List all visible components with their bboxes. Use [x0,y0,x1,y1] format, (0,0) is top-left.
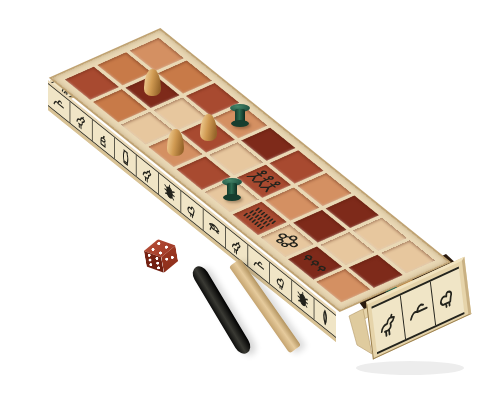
drawer-shadow [356,361,464,375]
spool-base [231,120,249,127]
piece-spool-sq26 [222,178,242,201]
spool-base [223,194,241,201]
hieroglyph-panel-chick [430,268,464,325]
red-die [142,236,179,275]
piece-cone-sq17 [200,114,217,141]
piece-spool-sq4 [230,104,250,127]
piece-cone-sq19 [144,69,161,96]
senet-box-photo [0,0,500,396]
